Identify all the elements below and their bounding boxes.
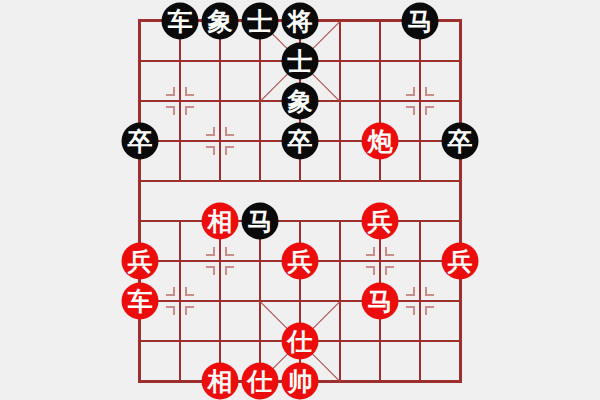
piece-red-horse[interactable]: 马 xyxy=(380,301,420,341)
piece-glyph: 士 xyxy=(248,9,273,34)
piece-glyph: 相 xyxy=(208,209,233,234)
piece-glyph: 仕 xyxy=(248,369,273,394)
piece-disc[interactable]: 兵 xyxy=(282,243,319,280)
piece-disc[interactable]: 卒 xyxy=(282,123,319,160)
piece-disc[interactable]: 相 xyxy=(202,363,239,400)
piece-disc[interactable]: 炮 xyxy=(362,123,399,160)
piece-disc[interactable]: 象 xyxy=(282,83,319,120)
piece-red-chariot[interactable]: 车 xyxy=(140,301,180,341)
piece-glyph: 帅 xyxy=(288,369,313,394)
piece-disc[interactable]: 马 xyxy=(362,283,399,320)
piece-disc[interactable]: 仕 xyxy=(242,363,279,400)
piece-disc[interactable]: 帅 xyxy=(282,363,319,400)
piece-disc[interactable]: 车 xyxy=(162,3,199,40)
piece-glyph: 相 xyxy=(208,369,233,394)
piece-glyph: 马 xyxy=(368,289,393,314)
piece-black-pawn[interactable]: 卒 xyxy=(140,141,180,181)
piece-disc[interactable]: 士 xyxy=(242,3,279,40)
piece-glyph: 卒 xyxy=(288,129,313,154)
piece-disc[interactable]: 仕 xyxy=(282,323,319,360)
piece-disc[interactable]: 马 xyxy=(402,3,439,40)
piece-disc[interactable]: 兵 xyxy=(362,203,399,240)
piece-glyph: 将 xyxy=(288,9,313,34)
piece-glyph: 兵 xyxy=(128,249,153,274)
piece-glyph: 马 xyxy=(408,9,433,34)
piece-red-pawn[interactable]: 兵 xyxy=(380,221,420,261)
piece-disc[interactable]: 士 xyxy=(282,43,319,80)
xiangqi-board: 车象士将马士象卒卒炮卒相马兵兵兵兵车马仕相仕帅 xyxy=(140,21,460,381)
piece-disc[interactable]: 兵 xyxy=(442,243,479,280)
piece-glyph: 兵 xyxy=(288,249,313,274)
piece-black-pawn[interactable]: 卒 xyxy=(460,141,500,181)
piece-red-king[interactable]: 帅 xyxy=(300,381,340,400)
piece-glyph: 象 xyxy=(288,89,313,114)
piece-glyph: 兵 xyxy=(448,249,473,274)
piece-glyph: 士 xyxy=(288,49,313,74)
piece-glyph: 卒 xyxy=(448,129,473,154)
xiangqi-app-screen: 车象士将马士象卒卒炮卒相马兵兵兵兵车马仕相仕帅 xyxy=(0,0,600,400)
piece-glyph: 仕 xyxy=(288,329,313,354)
piece-glyph: 炮 xyxy=(368,129,393,154)
piece-disc[interactable]: 相 xyxy=(202,203,239,240)
piece-glyph: 象 xyxy=(208,9,233,34)
piece-red-cannon[interactable]: 炮 xyxy=(380,141,420,181)
piece-black-horse[interactable]: 马 xyxy=(420,21,460,61)
piece-disc[interactable]: 象 xyxy=(202,3,239,40)
piece-glyph: 车 xyxy=(128,289,153,314)
piece-glyph: 车 xyxy=(168,9,193,34)
piece-glyph: 卒 xyxy=(128,129,153,154)
piece-red-pawn[interactable]: 兵 xyxy=(460,261,500,301)
piece-red-pawn[interactable]: 兵 xyxy=(300,261,340,301)
piece-disc[interactable]: 卒 xyxy=(122,123,159,160)
piece-disc[interactable]: 卒 xyxy=(442,123,479,160)
piece-disc[interactable]: 兵 xyxy=(122,243,159,280)
piece-disc[interactable]: 将 xyxy=(282,3,319,40)
piece-glyph: 马 xyxy=(248,209,273,234)
piece-disc[interactable]: 车 xyxy=(122,283,159,320)
piece-disc[interactable]: 马 xyxy=(242,203,279,240)
piece-black-pawn[interactable]: 卒 xyxy=(300,141,340,181)
piece-glyph: 兵 xyxy=(368,209,393,234)
pieces-grid: 车象士将马士象卒卒炮卒相马兵兵兵兵车马仕相仕帅 xyxy=(140,21,500,400)
